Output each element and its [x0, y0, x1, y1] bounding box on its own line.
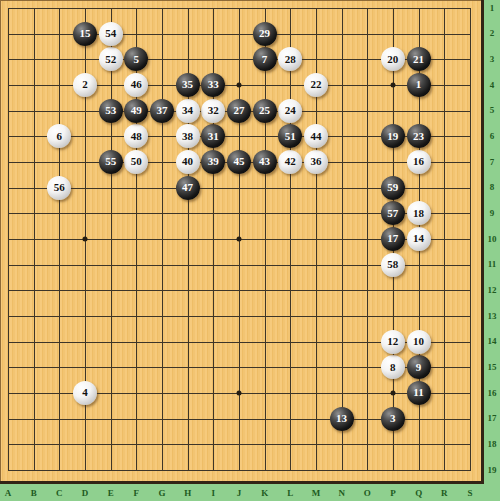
- move-number: 9: [416, 362, 422, 373]
- board-point-L5: 24: [277, 98, 303, 124]
- board-point-I7: 39: [200, 149, 226, 175]
- row-label-6: 6: [485, 131, 499, 142]
- column-label-Q: Q: [411, 487, 427, 499]
- board-point-P10: 17: [380, 226, 406, 252]
- board-point-E5: 53: [98, 98, 124, 124]
- move-number: 32: [208, 105, 219, 116]
- stone-white-Q7: 16: [407, 150, 431, 174]
- board-point-P15: 8: [380, 354, 406, 380]
- column-label-M: M: [308, 487, 324, 499]
- board-point-H4: 35: [175, 72, 201, 98]
- column-label-L: L: [282, 487, 298, 499]
- board-point-P3: 20: [380, 46, 406, 72]
- stone-white-F7: 50: [124, 150, 148, 174]
- row-label-16: 16: [485, 388, 499, 399]
- board-point-P14: 12: [380, 329, 406, 355]
- stone-white-D4: 2: [73, 73, 97, 97]
- board-point-D2: 15: [72, 21, 98, 47]
- stone-black-P17: 3: [381, 407, 405, 431]
- board-point-P17: 3: [380, 406, 406, 432]
- stone-black-Q6: 23: [407, 124, 431, 148]
- stone-black-Q15: 9: [407, 355, 431, 379]
- stone-black-P6: 19: [381, 124, 405, 148]
- move-number: 40: [182, 156, 193, 167]
- stone-black-N17: 13: [330, 407, 354, 431]
- stone-black-P10: 17: [381, 227, 405, 251]
- board-point-H5: 34: [175, 98, 201, 124]
- move-number: 6: [57, 131, 63, 142]
- stone-white-L7: 42: [278, 150, 302, 174]
- column-label-J: J: [231, 487, 247, 499]
- board-point-P8: 59: [380, 175, 406, 201]
- board-point-Q7: 16: [406, 149, 432, 175]
- move-number: 54: [105, 28, 116, 39]
- stone-black-K2: 29: [253, 22, 277, 46]
- move-number: 35: [182, 79, 193, 90]
- board-point-F5: 49: [123, 98, 149, 124]
- column-label-F: F: [128, 487, 144, 499]
- move-number: 23: [413, 131, 424, 142]
- stone-white-P14: 12: [381, 330, 405, 354]
- move-number: 28: [285, 54, 296, 65]
- move-number: 57: [387, 208, 398, 219]
- board-point-N17: 13: [329, 406, 355, 432]
- stone-white-I5: 32: [201, 99, 225, 123]
- stone-black-I6: 31: [201, 124, 225, 148]
- stone-black-Q4: 1: [407, 73, 431, 97]
- stone-black-K3: 7: [253, 47, 277, 71]
- move-number: 24: [285, 105, 296, 116]
- move-number: 11: [413, 387, 423, 398]
- go-board: 1234567891011121314151617181920212223242…: [0, 0, 484, 484]
- move-number: 42: [285, 156, 296, 167]
- board-point-K2: 29: [252, 21, 278, 47]
- board-point-C8: 56: [46, 175, 72, 201]
- move-number: 7: [262, 54, 268, 65]
- move-number: 39: [208, 156, 219, 167]
- stone-white-F6: 48: [124, 124, 148, 148]
- move-number: 49: [131, 105, 142, 116]
- row-label-13: 13: [485, 311, 499, 322]
- board-point-D16: 4: [72, 380, 98, 406]
- column-label-H: H: [180, 487, 196, 499]
- row-label-2: 2: [485, 28, 499, 39]
- board-point-G5: 37: [149, 98, 175, 124]
- stone-black-Q3: 21: [407, 47, 431, 71]
- board-point-Q16: 11: [406, 380, 432, 406]
- move-number: 33: [208, 79, 219, 90]
- stone-black-D2: 15: [73, 22, 97, 46]
- stone-black-F5: 49: [124, 99, 148, 123]
- row-label-9: 9: [485, 208, 499, 219]
- move-number: 34: [182, 105, 193, 116]
- stone-black-Q16: 11: [407, 381, 431, 405]
- stone-white-F4: 46: [124, 73, 148, 97]
- move-number: 20: [387, 54, 398, 65]
- stone-white-E2: 54: [99, 22, 123, 46]
- move-number: 44: [310, 131, 321, 142]
- move-number: 15: [79, 28, 90, 39]
- row-label-14: 14: [485, 336, 499, 347]
- row-label-19: 19: [485, 465, 499, 476]
- column-label-I: I: [205, 487, 221, 499]
- row-label-7: 7: [485, 157, 499, 168]
- stone-white-M7: 36: [304, 150, 328, 174]
- move-number: 31: [208, 131, 219, 142]
- stone-white-E3: 52: [99, 47, 123, 71]
- stone-black-P8: 59: [381, 176, 405, 200]
- row-label-12: 12: [485, 285, 499, 296]
- move-number: 12: [387, 336, 398, 347]
- stone-black-E5: 53: [99, 99, 123, 123]
- stone-white-C8: 56: [47, 176, 71, 200]
- row-label-17: 17: [485, 413, 499, 424]
- move-number: 13: [336, 413, 347, 424]
- move-number: 2: [82, 79, 88, 90]
- move-number: 10: [413, 336, 424, 347]
- move-number: 59: [387, 182, 398, 193]
- board-point-L3: 28: [277, 46, 303, 72]
- board-grid[interactable]: 1234567891011121314151617181920212223242…: [0, 0, 483, 483]
- column-label-P: P: [385, 487, 401, 499]
- board-point-Q15: 9: [406, 354, 432, 380]
- board-point-Q9: 18: [406, 200, 432, 226]
- board-point-M4: 22: [303, 72, 329, 98]
- board-point-J5: 27: [226, 98, 252, 124]
- stone-black-I7: 39: [201, 150, 225, 174]
- move-number: 45: [233, 156, 244, 167]
- move-number: 37: [156, 105, 167, 116]
- board-point-F4: 46: [123, 72, 149, 98]
- board-point-H7: 40: [175, 149, 201, 175]
- column-label-A: A: [0, 487, 16, 499]
- move-number: 18: [413, 208, 424, 219]
- stone-black-L6: 51: [278, 124, 302, 148]
- move-number: 46: [131, 79, 142, 90]
- stone-black-G5: 37: [150, 99, 174, 123]
- stone-white-Q14: 10: [407, 330, 431, 354]
- stone-white-D16: 4: [73, 381, 97, 405]
- board-point-F7: 50: [123, 149, 149, 175]
- stone-white-H7: 40: [176, 150, 200, 174]
- move-number: 50: [131, 156, 142, 167]
- move-number: 29: [259, 28, 270, 39]
- board-point-Q6: 23: [406, 123, 432, 149]
- column-label-R: R: [436, 487, 452, 499]
- board-point-H8: 47: [175, 175, 201, 201]
- board-point-D4: 2: [72, 72, 98, 98]
- move-number: 52: [105, 54, 116, 65]
- stone-white-H5: 34: [176, 99, 200, 123]
- board-point-F6: 48: [123, 123, 149, 149]
- stone-black-K7: 43: [253, 150, 277, 174]
- board-point-P11: 58: [380, 252, 406, 278]
- board-point-P6: 19: [380, 123, 406, 149]
- stone-black-H8: 47: [176, 176, 200, 200]
- column-label-B: B: [26, 487, 42, 499]
- move-number: 8: [390, 362, 396, 373]
- row-label-10: 10: [485, 234, 499, 245]
- stone-black-I4: 33: [201, 73, 225, 97]
- board-point-E7: 55: [98, 149, 124, 175]
- row-label-1: 1: [485, 3, 499, 14]
- move-number: 55: [105, 156, 116, 167]
- stone-white-M4: 22: [304, 73, 328, 97]
- move-number: 1: [416, 79, 422, 90]
- board-point-I5: 32: [200, 98, 226, 124]
- board-point-K5: 25: [252, 98, 278, 124]
- board-point-J7: 45: [226, 149, 252, 175]
- board-point-Q4: 1: [406, 72, 432, 98]
- stone-black-K5: 25: [253, 99, 277, 123]
- board-point-Q14: 10: [406, 329, 432, 355]
- board-point-K7: 43: [252, 149, 278, 175]
- board-point-Q10: 14: [406, 226, 432, 252]
- move-number: 43: [259, 156, 270, 167]
- column-label-D: D: [77, 487, 93, 499]
- board-point-L6: 51: [277, 123, 303, 149]
- board-point-C6: 6: [46, 123, 72, 149]
- board-point-Q3: 21: [406, 46, 432, 72]
- move-number: 36: [310, 156, 321, 167]
- stone-black-J5: 27: [227, 99, 251, 123]
- move-number: 5: [134, 54, 140, 65]
- board-point-M6: 44: [303, 123, 329, 149]
- move-number: 22: [310, 79, 321, 90]
- row-label-8: 8: [485, 182, 499, 193]
- board-point-K3: 7: [252, 46, 278, 72]
- stone-white-M6: 44: [304, 124, 328, 148]
- row-label-18: 18: [485, 439, 499, 450]
- stone-black-F3: 5: [124, 47, 148, 71]
- row-label-4: 4: [485, 80, 499, 91]
- stone-black-J7: 45: [227, 150, 251, 174]
- move-number: 56: [54, 182, 65, 193]
- stone-white-P15: 8: [381, 355, 405, 379]
- board-point-E3: 52: [98, 46, 124, 72]
- column-label-C: C: [51, 487, 67, 499]
- move-number: 17: [387, 233, 398, 244]
- stone-white-Q10: 14: [407, 227, 431, 251]
- move-number: 27: [233, 105, 244, 116]
- column-label-N: N: [334, 487, 350, 499]
- board-point-P9: 57: [380, 200, 406, 226]
- move-number: 3: [390, 413, 396, 424]
- stone-white-P3: 20: [381, 47, 405, 71]
- column-label-E: E: [103, 487, 119, 499]
- stone-white-Q9: 18: [407, 201, 431, 225]
- column-label-O: O: [359, 487, 375, 499]
- row-label-11: 11: [485, 259, 499, 270]
- move-number: 16: [413, 156, 424, 167]
- row-label-15: 15: [485, 362, 499, 373]
- move-number: 14: [413, 233, 424, 244]
- move-number: 25: [259, 105, 270, 116]
- stone-white-C6: 6: [47, 124, 71, 148]
- stone-black-E7: 55: [99, 150, 123, 174]
- row-label-5: 5: [485, 105, 499, 116]
- move-number: 58: [387, 259, 398, 270]
- move-number: 48: [131, 131, 142, 142]
- move-number: 19: [387, 131, 398, 142]
- stone-white-L5: 24: [278, 99, 302, 123]
- board-point-L7: 42: [277, 149, 303, 175]
- column-label-K: K: [257, 487, 273, 499]
- board-point-F3: 5: [123, 46, 149, 72]
- go-diagram: 1234567891011121314151617181920212223242…: [0, 0, 500, 501]
- row-label-3: 3: [485, 54, 499, 65]
- stone-black-P9: 57: [381, 201, 405, 225]
- move-number: 51: [285, 131, 296, 142]
- move-number: 21: [413, 54, 424, 65]
- stone-white-H6: 38: [176, 124, 200, 148]
- move-number: 47: [182, 182, 193, 193]
- stone-black-H4: 35: [176, 73, 200, 97]
- move-number: 38: [182, 131, 193, 142]
- column-label-G: G: [154, 487, 170, 499]
- stone-white-P11: 58: [381, 253, 405, 277]
- board-point-M7: 36: [303, 149, 329, 175]
- board-point-H6: 38: [175, 123, 201, 149]
- board-point-I6: 31: [200, 123, 226, 149]
- column-label-S: S: [462, 487, 478, 499]
- board-point-E2: 54: [98, 21, 124, 47]
- board-point-I4: 33: [200, 72, 226, 98]
- move-number: 53: [105, 105, 116, 116]
- stone-white-L3: 28: [278, 47, 302, 71]
- move-number: 4: [82, 387, 88, 398]
